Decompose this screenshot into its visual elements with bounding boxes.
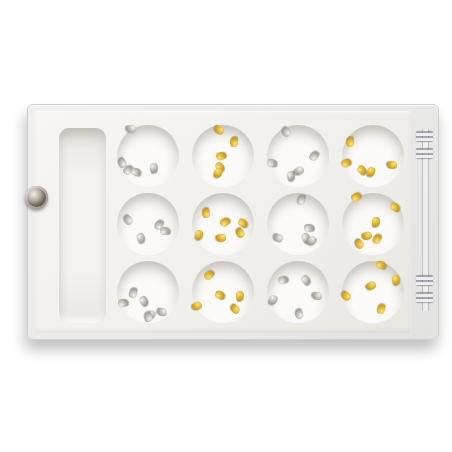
seed-silver [267,294,279,306]
seed-gold [212,167,223,179]
seed-gold [366,166,377,178]
seed-gold [388,201,401,213]
photo-stage [0,0,452,452]
seed-silver [300,273,313,286]
seed-gold [215,233,227,243]
seed-silver [296,194,307,206]
seed-gold [218,216,231,228]
seed-silver [279,126,291,139]
seed-silver [160,227,170,235]
seed-silver [311,292,321,301]
seed-gold [340,158,352,170]
seed-gold [191,300,204,312]
seed-silver [128,288,138,299]
seed-gold [215,150,227,161]
hinge-knuckle [416,148,433,159]
seed-gold [391,274,401,285]
seed-gold [386,161,397,170]
pit-r1c1[interactable] [117,125,179,187]
seed-gold [229,137,237,147]
seed-silver [150,163,159,174]
snap-button-icon [25,186,48,209]
seed-gold [339,290,352,302]
seed-gold [376,303,386,314]
seed-gold [234,227,246,240]
seed-silver [125,125,136,134]
seed-gold [346,137,355,147]
pit-r2c1[interactable] [117,193,179,255]
pit-r2c2[interactable] [192,193,254,255]
seed-gold [361,231,373,242]
seed-gold [214,290,226,301]
seed-gold [212,124,224,135]
seed-gold [365,280,378,292]
seed-silver [130,166,142,176]
seed-silver [272,233,284,244]
seed-silver [117,298,129,308]
seed-silver [294,308,305,320]
lid-hinge [415,129,434,311]
pit-r3c4[interactable] [342,261,404,323]
hinge-knuckle [416,275,433,286]
pit-r2c3[interactable] [267,193,329,255]
pit-r1c4[interactable] [342,125,404,187]
seed-gold [229,303,242,316]
seed-silver [303,224,314,233]
pit-grid [117,125,404,323]
seed-silver [156,307,167,316]
mancala-case [27,104,439,340]
seed-gold [201,207,211,218]
pit-r3c1[interactable] [117,261,179,323]
seed-gold [371,233,382,245]
seed-gold [375,260,387,270]
pit-r2c4[interactable] [342,193,404,255]
seed-gold [349,191,362,204]
hinge-knuckle [416,292,433,303]
store-left[interactable] [59,128,106,323]
hinge-knuckle [416,131,433,142]
seed-silver [135,232,146,244]
seed-gold [236,291,245,302]
pit-r1c3[interactable] [267,125,329,187]
seed-gold [203,268,216,281]
seed-gold [372,217,381,228]
seed-silver [137,295,149,308]
seed-silver [122,213,135,226]
seed-silver [277,274,289,285]
pit-r1c2[interactable] [192,125,254,187]
seed-silver [266,159,277,169]
pit-r3c3[interactable] [267,261,329,323]
seed-silver [307,150,319,163]
seed-gold [195,230,204,241]
pit-r3c2[interactable] [192,261,254,323]
